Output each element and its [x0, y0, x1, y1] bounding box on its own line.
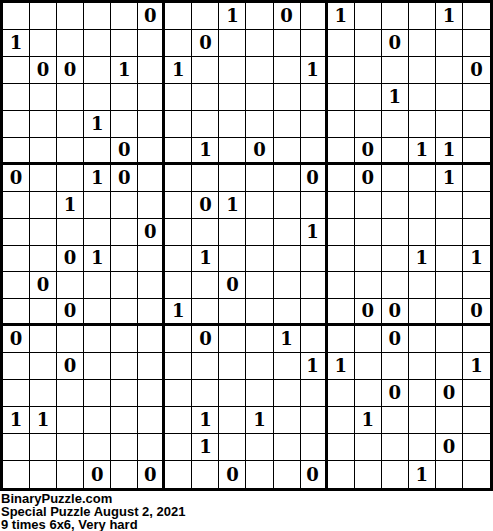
cell-empty[interactable] [138, 138, 165, 165]
cell-empty[interactable] [301, 407, 328, 434]
cell-empty[interactable] [219, 165, 246, 192]
cell-empty[interactable] [328, 219, 355, 246]
cell-empty[interactable] [382, 219, 409, 246]
cell-empty[interactable] [355, 434, 382, 461]
cell-empty[interactable] [3, 84, 30, 111]
cell-empty[interactable] [274, 461, 301, 488]
cell-empty[interactable] [274, 30, 301, 57]
cell-empty[interactable] [111, 326, 138, 353]
binary-puzzle-board: 0101110000111011010011010001101010111100… [0, 0, 493, 491]
cell-empty[interactable] [355, 219, 382, 246]
cell-empty[interactable] [274, 407, 301, 434]
cell-empty[interactable] [246, 434, 273, 461]
cell-empty[interactable] [111, 299, 138, 326]
cell-empty[interactable] [436, 272, 463, 299]
cell-given: 0 [355, 165, 382, 192]
cell-empty[interactable] [463, 407, 490, 434]
cell-given: 0 [3, 326, 30, 353]
cell-empty[interactable] [57, 165, 84, 192]
cell-empty[interactable] [3, 3, 30, 30]
cell-empty[interactable] [355, 272, 382, 299]
cell-given: 1 [409, 138, 436, 165]
cell-given: 1 [463, 246, 490, 273]
cell-empty[interactable] [111, 461, 138, 488]
cell-empty[interactable] [409, 272, 436, 299]
cell-empty[interactable] [57, 138, 84, 165]
cell-empty[interactable] [3, 192, 30, 219]
cell-empty[interactable] [219, 138, 246, 165]
cell-empty[interactable] [246, 246, 273, 273]
cell-empty[interactable] [355, 246, 382, 273]
cell-empty[interactable] [463, 84, 490, 111]
cell-given: 1 [57, 192, 84, 219]
cell-empty[interactable] [57, 219, 84, 246]
cell-empty[interactable] [30, 138, 57, 165]
cell-empty[interactable] [192, 461, 219, 488]
cell-empty[interactable] [246, 299, 273, 326]
cell-empty[interactable] [246, 30, 273, 57]
cell-empty[interactable] [138, 57, 165, 84]
cell-empty[interactable] [409, 165, 436, 192]
cell-empty[interactable] [57, 326, 84, 353]
cell-empty[interactable] [84, 219, 111, 246]
cell-given: 1 [436, 3, 463, 30]
cell-given: 0 [463, 57, 490, 84]
cell-empty[interactable] [30, 246, 57, 273]
cell-empty[interactable] [328, 165, 355, 192]
cell-empty[interactable] [382, 246, 409, 273]
cell-empty[interactable] [111, 246, 138, 273]
cell-empty[interactable] [192, 3, 219, 30]
cell-empty[interactable] [409, 57, 436, 84]
cell-empty[interactable] [355, 3, 382, 30]
cell-empty[interactable] [165, 407, 192, 434]
cell-given: 1 [328, 3, 355, 30]
cell-empty[interactable] [165, 219, 192, 246]
cell-empty[interactable] [57, 111, 84, 138]
cell-given: 0 [84, 461, 111, 488]
cell-empty[interactable] [138, 272, 165, 299]
cell-empty[interactable] [436, 326, 463, 353]
cell-given: 1 [301, 57, 328, 84]
cell-empty[interactable] [3, 461, 30, 488]
cell-empty[interactable] [30, 165, 57, 192]
cell-empty[interactable] [111, 111, 138, 138]
cell-empty[interactable] [463, 461, 490, 488]
cell-empty[interactable] [274, 111, 301, 138]
cell-given: 0 [138, 219, 165, 246]
cell-given: 1 [382, 84, 409, 111]
cell-empty[interactable] [355, 353, 382, 380]
cell-empty[interactable] [409, 3, 436, 30]
cell-empty[interactable] [165, 326, 192, 353]
cell-given: 0 [355, 138, 382, 165]
cell-empty[interactable] [111, 353, 138, 380]
cell-empty[interactable] [84, 380, 111, 407]
cell-empty[interactable] [30, 299, 57, 326]
cell-empty[interactable] [382, 138, 409, 165]
cell-empty[interactable] [328, 326, 355, 353]
cell-empty[interactable] [463, 165, 490, 192]
cell-empty[interactable] [219, 111, 246, 138]
cell-empty[interactable] [301, 246, 328, 273]
cell-given: 0 [274, 3, 301, 30]
cell-empty[interactable] [463, 434, 490, 461]
cell-empty[interactable] [382, 461, 409, 488]
cell-empty[interactable] [274, 272, 301, 299]
cell-empty[interactable] [57, 434, 84, 461]
cell-empty[interactable] [436, 219, 463, 246]
cell-empty[interactable] [138, 299, 165, 326]
cell-empty[interactable] [192, 111, 219, 138]
cell-empty[interactable] [165, 272, 192, 299]
cell-empty[interactable] [274, 84, 301, 111]
cell-empty[interactable] [3, 138, 30, 165]
cell-empty[interactable] [3, 246, 30, 273]
cell-empty[interactable] [382, 434, 409, 461]
cell-empty[interactable] [409, 434, 436, 461]
cell-empty[interactable] [463, 272, 490, 299]
cell-empty[interactable] [165, 434, 192, 461]
cell-empty[interactable] [111, 380, 138, 407]
cell-empty[interactable] [138, 434, 165, 461]
cell-empty[interactable] [246, 111, 273, 138]
cell-empty[interactable] [3, 272, 30, 299]
cell-empty[interactable] [57, 407, 84, 434]
cell-empty[interactable] [57, 461, 84, 488]
cell-empty[interactable] [463, 192, 490, 219]
cell-empty[interactable] [355, 30, 382, 57]
cell-empty[interactable] [274, 192, 301, 219]
cell-empty[interactable] [274, 219, 301, 246]
cell-empty[interactable] [84, 407, 111, 434]
cell-given: 1 [192, 138, 219, 165]
cell-empty[interactable] [355, 461, 382, 488]
cell-given: 0 [30, 272, 57, 299]
cell-empty[interactable] [219, 57, 246, 84]
cell-empty[interactable] [165, 111, 192, 138]
cell-empty[interactable] [192, 219, 219, 246]
cell-empty[interactable] [328, 84, 355, 111]
cell-empty[interactable] [301, 111, 328, 138]
cell-empty[interactable] [436, 407, 463, 434]
cell-empty[interactable] [301, 434, 328, 461]
cell-empty[interactable] [219, 246, 246, 273]
cell-given: 0 [219, 461, 246, 488]
cell-empty[interactable] [84, 138, 111, 165]
cell-empty[interactable] [84, 299, 111, 326]
cell-empty[interactable] [84, 57, 111, 84]
cell-empty[interactable] [84, 192, 111, 219]
cell-empty[interactable] [436, 192, 463, 219]
cell-empty[interactable] [30, 3, 57, 30]
cell-empty[interactable] [219, 326, 246, 353]
cell-given: 0 [355, 299, 382, 326]
cell-empty[interactable] [84, 30, 111, 57]
cell-empty[interactable] [382, 407, 409, 434]
cell-empty[interactable] [436, 299, 463, 326]
cell-empty[interactable] [111, 219, 138, 246]
cell-given: 0 [57, 246, 84, 273]
cell-empty[interactable] [30, 461, 57, 488]
cell-empty[interactable] [192, 272, 219, 299]
cell-empty[interactable] [138, 353, 165, 380]
cell-empty[interactable] [138, 111, 165, 138]
cell-empty[interactable] [274, 353, 301, 380]
cell-empty[interactable] [57, 30, 84, 57]
cell-empty[interactable] [409, 407, 436, 434]
cell-empty[interactable] [30, 192, 57, 219]
cell-empty[interactable] [3, 299, 30, 326]
cell-empty[interactable] [30, 111, 57, 138]
cell-empty[interactable] [57, 3, 84, 30]
cell-empty[interactable] [3, 219, 30, 246]
cell-given: 1 [355, 407, 382, 434]
cell-empty[interactable] [165, 165, 192, 192]
cell-empty[interactable] [301, 192, 328, 219]
cell-empty[interactable] [111, 192, 138, 219]
cell-empty[interactable] [436, 57, 463, 84]
cell-empty[interactable] [138, 380, 165, 407]
cell-empty[interactable] [355, 111, 382, 138]
cell-given: 1 [301, 219, 328, 246]
cell-empty[interactable] [111, 407, 138, 434]
cell-empty[interactable] [84, 84, 111, 111]
cell-empty[interactable] [301, 272, 328, 299]
cell-empty[interactable] [165, 84, 192, 111]
cell-empty[interactable] [382, 353, 409, 380]
cell-given: 0 [138, 3, 165, 30]
cell-empty[interactable] [382, 3, 409, 30]
cell-empty[interactable] [246, 3, 273, 30]
cell-empty[interactable] [355, 84, 382, 111]
cell-empty[interactable] [84, 434, 111, 461]
cell-empty[interactable] [3, 111, 30, 138]
cell-empty[interactable] [165, 246, 192, 273]
cell-empty[interactable] [165, 353, 192, 380]
cell-empty[interactable] [436, 111, 463, 138]
cell-empty[interactable] [30, 380, 57, 407]
cell-empty[interactable] [409, 219, 436, 246]
cell-given: 0 [382, 30, 409, 57]
cell-empty[interactable] [246, 326, 273, 353]
cell-empty[interactable] [219, 434, 246, 461]
cell-empty[interactable] [246, 192, 273, 219]
cell-empty[interactable] [436, 353, 463, 380]
cell-given: 0 [57, 57, 84, 84]
cell-empty[interactable] [463, 3, 490, 30]
cell-empty[interactable] [111, 30, 138, 57]
cell-empty[interactable] [436, 30, 463, 57]
cell-given: 1 [3, 30, 30, 57]
cell-given: 0 [111, 165, 138, 192]
cell-empty[interactable] [138, 246, 165, 273]
cell-empty[interactable] [436, 246, 463, 273]
cell-given: 1 [192, 246, 219, 273]
cell-empty[interactable] [382, 111, 409, 138]
cell-empty[interactable] [3, 380, 30, 407]
cell-empty[interactable] [409, 353, 436, 380]
cell-empty[interactable] [165, 30, 192, 57]
cell-empty[interactable] [246, 380, 273, 407]
cell-empty[interactable] [274, 299, 301, 326]
cell-given: 0 [436, 434, 463, 461]
cell-empty[interactable] [274, 165, 301, 192]
cell-empty[interactable] [219, 407, 246, 434]
cell-empty[interactable] [328, 434, 355, 461]
cell-empty[interactable] [219, 380, 246, 407]
cell-empty[interactable] [246, 461, 273, 488]
cell-empty[interactable] [165, 138, 192, 165]
cell-given: 0 [192, 30, 219, 57]
cell-given: 1 [3, 407, 30, 434]
cell-empty[interactable] [301, 84, 328, 111]
cell-empty[interactable] [409, 380, 436, 407]
cell-given: 1 [409, 461, 436, 488]
cell-given: 0 [111, 138, 138, 165]
cell-empty[interactable] [219, 30, 246, 57]
cell-given: 1 [301, 353, 328, 380]
cell-empty[interactable] [138, 30, 165, 57]
cell-empty[interactable] [3, 353, 30, 380]
cell-given: 0 [382, 380, 409, 407]
cell-empty[interactable] [165, 192, 192, 219]
cell-empty[interactable] [463, 30, 490, 57]
cell-empty[interactable] [57, 380, 84, 407]
cell-empty[interactable] [274, 434, 301, 461]
cell-empty[interactable] [219, 353, 246, 380]
cell-empty[interactable] [328, 407, 355, 434]
cell-empty[interactable] [165, 380, 192, 407]
cell-empty[interactable] [246, 57, 273, 84]
cell-empty[interactable] [328, 380, 355, 407]
cell-empty[interactable] [301, 380, 328, 407]
cell-empty[interactable] [409, 30, 436, 57]
cell-empty[interactable] [138, 165, 165, 192]
cell-empty[interactable] [463, 111, 490, 138]
cell-empty[interactable] [138, 84, 165, 111]
cell-given: 1 [409, 246, 436, 273]
cell-empty[interactable] [355, 326, 382, 353]
cell-empty[interactable] [328, 461, 355, 488]
cell-empty[interactable] [328, 299, 355, 326]
cell-empty[interactable] [111, 434, 138, 461]
cell-empty[interactable] [382, 165, 409, 192]
cell-empty[interactable] [301, 3, 328, 30]
cell-empty[interactable] [301, 326, 328, 353]
cell-empty[interactable] [192, 353, 219, 380]
cell-empty[interactable] [463, 380, 490, 407]
cell-given: 0 [219, 272, 246, 299]
cell-empty[interactable] [219, 219, 246, 246]
cell-empty[interactable] [165, 3, 192, 30]
cell-empty[interactable] [165, 461, 192, 488]
cell-empty[interactable] [274, 57, 301, 84]
cell-empty[interactable] [192, 57, 219, 84]
cell-empty[interactable] [301, 138, 328, 165]
cell-empty[interactable] [355, 192, 382, 219]
cell-empty[interactable] [246, 219, 273, 246]
cell-empty[interactable] [274, 246, 301, 273]
cell-given: 0 [30, 57, 57, 84]
cell-empty[interactable] [463, 138, 490, 165]
cell-empty[interactable] [30, 30, 57, 57]
cell-given: 0 [57, 353, 84, 380]
cell-empty[interactable] [382, 57, 409, 84]
cell-empty[interactable] [192, 299, 219, 326]
cell-empty[interactable] [138, 326, 165, 353]
cell-empty[interactable] [30, 434, 57, 461]
cell-empty[interactable] [84, 326, 111, 353]
cell-empty[interactable] [30, 353, 57, 380]
cell-empty[interactable] [192, 165, 219, 192]
cell-empty[interactable] [409, 192, 436, 219]
cell-empty[interactable] [84, 272, 111, 299]
cell-empty[interactable] [355, 380, 382, 407]
cell-empty[interactable] [274, 138, 301, 165]
cell-empty[interactable] [328, 246, 355, 273]
cell-empty[interactable] [328, 272, 355, 299]
cell-empty[interactable] [219, 84, 246, 111]
cell-empty[interactable] [192, 380, 219, 407]
cell-empty[interactable] [246, 165, 273, 192]
cell-empty[interactable] [301, 299, 328, 326]
cell-empty[interactable] [3, 57, 30, 84]
cell-empty[interactable] [436, 461, 463, 488]
cell-empty[interactable] [138, 192, 165, 219]
cell-empty[interactable] [328, 57, 355, 84]
cell-empty[interactable] [30, 219, 57, 246]
cell-given: 0 [382, 326, 409, 353]
cell-given: 1 [274, 326, 301, 353]
cell-empty[interactable] [409, 326, 436, 353]
cell-empty[interactable] [301, 30, 328, 57]
cell-given: 0 [192, 192, 219, 219]
cell-empty[interactable] [57, 272, 84, 299]
cell-empty[interactable] [138, 407, 165, 434]
cell-empty[interactable] [409, 299, 436, 326]
cell-empty[interactable] [246, 84, 273, 111]
cell-empty[interactable] [328, 30, 355, 57]
cell-empty[interactable] [111, 3, 138, 30]
cell-empty[interactable] [84, 3, 111, 30]
cell-given: 1 [246, 407, 273, 434]
cell-empty[interactable] [436, 84, 463, 111]
cell-empty[interactable] [463, 219, 490, 246]
cell-empty[interactable] [382, 192, 409, 219]
cell-empty[interactable] [246, 353, 273, 380]
cell-empty[interactable] [274, 380, 301, 407]
cell-empty[interactable] [192, 84, 219, 111]
cell-empty[interactable] [111, 84, 138, 111]
cell-empty[interactable] [111, 272, 138, 299]
cell-empty[interactable] [409, 111, 436, 138]
cell-empty[interactable] [246, 272, 273, 299]
cell-empty[interactable] [328, 192, 355, 219]
cell-empty[interactable] [328, 111, 355, 138]
cell-empty[interactable] [409, 84, 436, 111]
cell-empty[interactable] [30, 84, 57, 111]
cell-empty[interactable] [3, 434, 30, 461]
cell-empty[interactable] [84, 353, 111, 380]
cell-empty[interactable] [355, 57, 382, 84]
cell-empty[interactable] [328, 138, 355, 165]
cell-empty[interactable] [30, 326, 57, 353]
cell-empty[interactable] [57, 84, 84, 111]
cell-empty[interactable] [382, 272, 409, 299]
cell-empty[interactable] [463, 326, 490, 353]
cell-empty[interactable] [219, 299, 246, 326]
